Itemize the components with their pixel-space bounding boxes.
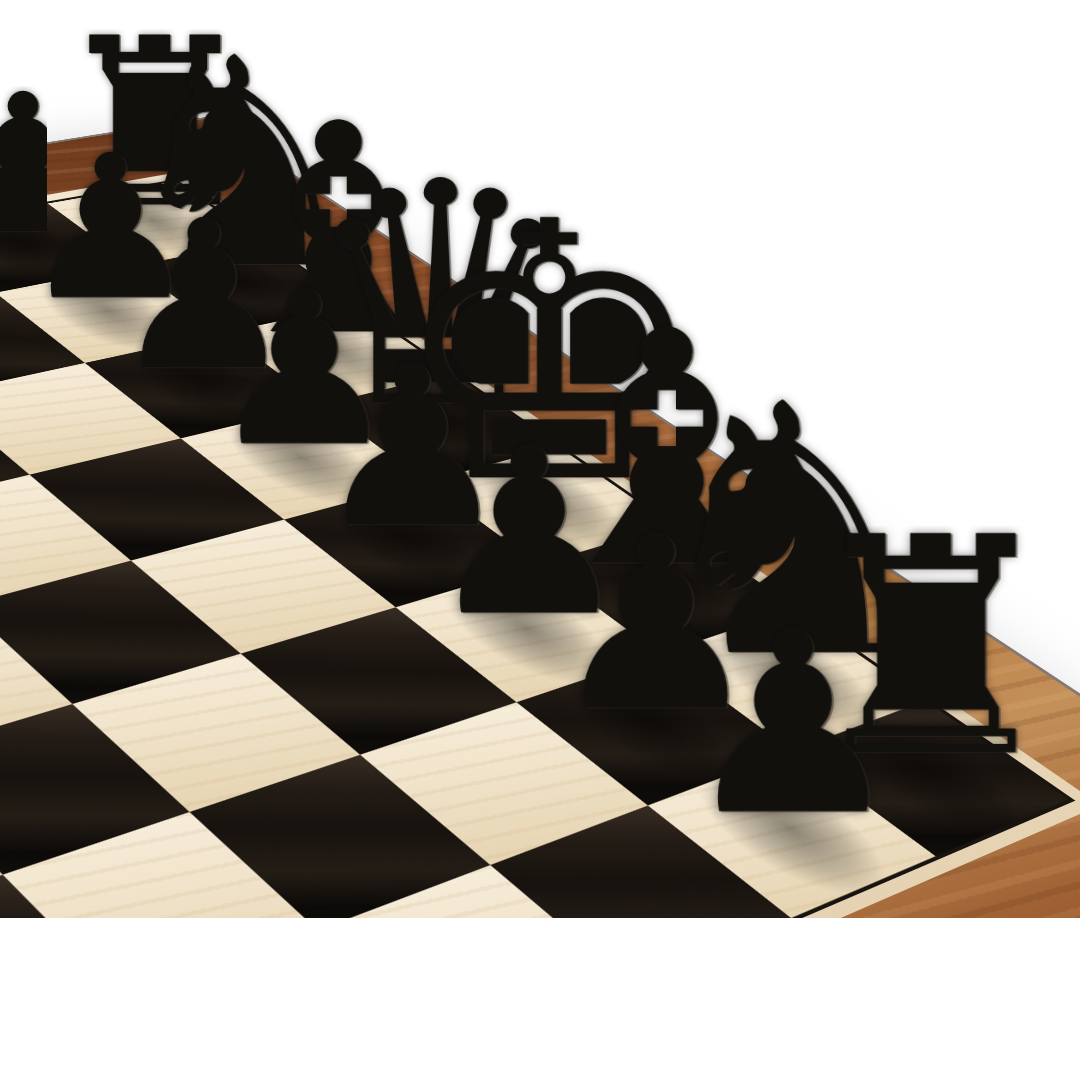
studio-scene: ♜♞♝♛♚♝♞♜♟♟♟♟♟♟♟♟ — [0, 0, 1080, 918]
chess-board: ♜♞♝♛♚♝♞♜♟♟♟♟♟♟♟♟ — [0, 119, 1080, 918]
piece-black-pawn-h7[interactable]: ♟ — [680, 622, 905, 827]
pieces-layer: ♜♞♝♛♚♝♞♜♟♟♟♟♟♟♟♟ — [0, 181, 1068, 918]
chess-set-product-photo: ♜♞♝♛♚♝♞♜♟♟♟♟♟♟♟♟ — [0, 0, 1080, 1080]
